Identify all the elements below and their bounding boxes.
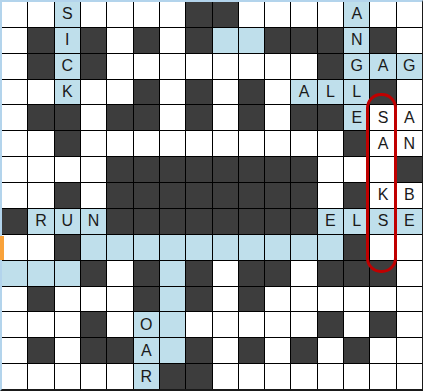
cell-r12c3[interactable] (55, 287, 80, 312)
cell-r15c4[interactable] (81, 364, 106, 389)
cell-r8c4[interactable] (81, 183, 106, 208)
cell-r10c10[interactable] (239, 235, 264, 260)
cell-r10c14 (344, 235, 369, 260)
cell-r8c13[interactable] (318, 183, 343, 208)
cell-r14c13[interactable] (318, 338, 343, 363)
cell-r9c1 (2, 209, 27, 234)
cell-r5c5 (107, 105, 132, 130)
cell-r5c7[interactable] (160, 105, 185, 130)
cell-r13c9[interactable] (213, 312, 238, 337)
cell-r11c16[interactable] (397, 261, 422, 286)
cell-r6c14 (344, 131, 369, 156)
cell-r5c9[interactable] (213, 105, 238, 130)
cell-r11c11 (265, 261, 290, 286)
cell-r9c12 (291, 209, 316, 234)
cell-r5c8 (186, 105, 211, 130)
cell-r3c11[interactable] (265, 54, 290, 79)
cell-r15c16[interactable] (397, 364, 422, 389)
cell-r4c16[interactable] (397, 80, 422, 105)
orange-row-marker (0, 236, 4, 260)
cell-r12c4[interactable] (81, 287, 106, 312)
cell-r1c5[interactable] (107, 2, 132, 27)
cell-r13c15 (370, 312, 395, 337)
cell-r15c15[interactable] (370, 364, 395, 389)
cell-r2c14[interactable]: N (344, 28, 369, 53)
cell-r15c7 (160, 364, 185, 389)
cell-r4c8 (186, 80, 211, 105)
cell-r1c11[interactable] (265, 2, 290, 27)
cell-r9c10 (239, 209, 264, 234)
cell-r8c9 (213, 183, 238, 208)
cell-r7c10 (239, 157, 264, 182)
cell-r1c10[interactable] (239, 2, 264, 27)
cell-r12c16[interactable] (397, 287, 422, 312)
cell-r12c14[interactable] (344, 287, 369, 312)
cell-r2c11 (265, 28, 290, 53)
cell-r6c7[interactable] (160, 131, 185, 156)
cell-r4c12[interactable]: A (291, 80, 316, 105)
cell-r4c2[interactable] (28, 80, 53, 105)
cell-r15c13[interactable] (318, 364, 343, 389)
cell-r7c4[interactable] (81, 157, 106, 182)
cell-r3c9[interactable] (213, 54, 238, 79)
cell-r1c12[interactable] (291, 2, 316, 27)
cell-r13c13 (318, 312, 343, 337)
cell-r2c8 (186, 28, 211, 53)
cell-r3c12[interactable] (291, 54, 316, 79)
cell-r10c13[interactable] (318, 235, 343, 260)
cell-r4c4[interactable] (81, 80, 106, 105)
cell-r1c14[interactable]: A (344, 2, 369, 27)
cell-r6c12[interactable] (291, 131, 316, 156)
cell-r14c12 (291, 338, 316, 363)
cell-r7c5 (107, 157, 132, 182)
cell-r8c10 (239, 183, 264, 208)
cell-r5c2 (28, 105, 53, 130)
cell-r9c4[interactable]: N (81, 209, 106, 234)
cell-r2c3[interactable]: I (55, 28, 80, 53)
cell-r12c1[interactable] (2, 287, 27, 312)
cell-r5c16[interactable]: A (397, 105, 422, 130)
cell-r10c11[interactable] (265, 235, 290, 260)
cell-r9c14[interactable]: L (344, 209, 369, 234)
cell-r11c2[interactable] (28, 261, 53, 286)
cell-r2c15 (370, 28, 395, 53)
cell-r6c3 (55, 131, 80, 156)
cell-r6c2[interactable] (28, 131, 53, 156)
cell-r8c14 (344, 183, 369, 208)
cell-r4c7[interactable] (160, 80, 185, 105)
cell-r12c2 (28, 287, 53, 312)
cell-r13c12[interactable] (291, 312, 316, 337)
cell-r11c12[interactable] (291, 261, 316, 286)
cell-r14c16[interactable] (397, 338, 422, 363)
cell-r2c2 (28, 28, 53, 53)
cell-r15c6[interactable]: R (134, 364, 159, 389)
cell-r3c14[interactable]: G (344, 54, 369, 79)
cell-r7c6 (134, 157, 159, 182)
cell-r8c16[interactable]: B (397, 183, 422, 208)
cell-r11c7[interactable] (160, 261, 185, 286)
cell-r3c1[interactable] (2, 54, 27, 79)
cell-r9c6 (134, 209, 159, 234)
cell-r2c6 (134, 28, 159, 53)
cell-r7c16 (397, 157, 422, 182)
cell-r12c11[interactable] (265, 287, 290, 312)
cell-r4c5[interactable] (107, 80, 132, 105)
cell-r14c15[interactable] (370, 338, 395, 363)
puzzle-board: SAINCGAGKALLESAANKBRUNELSEOAR (0, 0, 423, 391)
cell-r5c12 (291, 105, 316, 130)
cell-r9c11 (265, 209, 290, 234)
cell-r4c15 (370, 80, 395, 105)
cell-r3c16[interactable]: G (397, 54, 422, 79)
cell-r15c5[interactable] (107, 364, 132, 389)
cell-r13c8[interactable] (186, 312, 211, 337)
cell-r6c13[interactable] (318, 131, 343, 156)
cell-r10c4[interactable] (81, 235, 106, 260)
cell-r5c6 (134, 105, 159, 130)
cell-r7c1[interactable] (2, 157, 27, 182)
cell-r5c15[interactable]: S (370, 105, 395, 130)
cell-r13c1[interactable] (2, 312, 27, 337)
cell-r3c2 (28, 54, 53, 79)
cell-r8c8 (186, 183, 211, 208)
cell-r10c9[interactable] (213, 235, 238, 260)
cell-r4c3[interactable]: K (55, 80, 80, 105)
cell-r6c1[interactable] (2, 131, 27, 156)
cell-r11c14 (344, 261, 369, 286)
cell-r11c8 (186, 261, 211, 286)
cell-r13c14[interactable] (344, 312, 369, 337)
cell-r10c12[interactable] (291, 235, 316, 260)
cell-r11c3[interactable] (55, 261, 80, 286)
cell-r13c3[interactable] (55, 312, 80, 337)
cell-r14c6[interactable]: A (134, 338, 159, 363)
cell-r10c6[interactable] (134, 235, 159, 260)
cell-r14c9[interactable] (213, 338, 238, 363)
cell-r5c10 (239, 105, 264, 130)
cell-r9c7 (160, 209, 185, 234)
cell-r8c5 (107, 183, 132, 208)
cell-r12c5[interactable] (107, 287, 132, 312)
cell-r14c2 (28, 338, 53, 363)
cell-r7c3[interactable] (55, 157, 80, 182)
cell-r10c2[interactable] (28, 235, 53, 260)
cell-r6c10[interactable] (239, 131, 264, 156)
cell-r2c13 (318, 28, 343, 53)
cell-r7c14[interactable] (344, 157, 369, 182)
cell-r1c4[interactable] (81, 2, 106, 27)
cell-r4c6 (134, 80, 159, 105)
cell-r12c15[interactable] (370, 287, 395, 312)
cell-r8c1[interactable] (2, 183, 27, 208)
cell-r15c14[interactable] (344, 364, 369, 389)
cell-r14c14 (344, 338, 369, 363)
cell-r1c2[interactable] (28, 2, 53, 27)
cell-r5c4[interactable] (81, 105, 106, 130)
cell-r7c8 (186, 157, 211, 182)
cell-r2c1[interactable] (2, 28, 27, 53)
cell-r10c15[interactable] (370, 235, 395, 260)
cell-r7c13[interactable] (318, 157, 343, 182)
cell-r13c2[interactable] (28, 312, 53, 337)
cell-r6c15[interactable]: A (370, 131, 395, 156)
cell-r4c10 (239, 80, 264, 105)
cell-r7c11 (265, 157, 290, 182)
cell-r2c16[interactable] (397, 28, 422, 53)
cell-r2c12 (291, 28, 316, 53)
cell-r7c15[interactable] (370, 157, 395, 182)
cell-r1c8 (186, 2, 211, 27)
cell-r12c13[interactable] (318, 287, 343, 312)
cell-r13c16[interactable] (397, 312, 422, 337)
cell-r13c4 (81, 312, 106, 337)
cell-r10c16[interactable] (397, 235, 422, 260)
cell-r15c3[interactable] (55, 364, 80, 389)
cell-r10c3 (55, 235, 80, 260)
cell-r14c4 (81, 338, 106, 363)
cell-r2c7[interactable] (160, 28, 185, 53)
cell-r1c7[interactable] (160, 2, 185, 27)
cell-r9c2[interactable]: R (28, 209, 53, 234)
cell-r3c7[interactable] (160, 54, 185, 79)
cell-r14c5 (107, 338, 132, 363)
cell-r14c10 (239, 338, 264, 363)
cell-r15c9[interactable] (213, 364, 238, 389)
cell-r9c8 (186, 209, 211, 234)
cell-r3c6[interactable] (134, 54, 159, 79)
cell-r6c4[interactable] (81, 131, 106, 156)
cell-r1c9 (213, 2, 238, 27)
cell-r9c16[interactable]: E (397, 209, 422, 234)
cell-r5c1[interactable] (2, 105, 27, 130)
cell-r15c10[interactable] (239, 364, 264, 389)
cell-r4c11[interactable] (265, 80, 290, 105)
cell-r12c8 (186, 287, 211, 312)
cell-r5c14[interactable]: E (344, 105, 369, 130)
cell-r14c3[interactable] (55, 338, 80, 363)
cell-r3c8[interactable] (186, 54, 211, 79)
cell-r3c4 (81, 54, 106, 79)
cell-r8c6 (134, 183, 159, 208)
cell-r9c5 (107, 209, 132, 234)
cell-r2c10[interactable] (239, 28, 264, 53)
cell-r8c12 (291, 183, 316, 208)
cell-r12c7[interactable] (160, 287, 185, 312)
cell-r9c15[interactable]: S (370, 209, 395, 234)
cell-r2c4 (81, 28, 106, 53)
cell-r14c7[interactable] (160, 338, 185, 363)
cell-r3c5[interactable] (107, 54, 132, 79)
cell-r5c11[interactable] (265, 105, 290, 130)
cell-r8c3 (55, 183, 80, 208)
cell-r5c13 (318, 105, 343, 130)
cell-r8c11 (265, 183, 290, 208)
cell-r1c3[interactable]: S (55, 2, 80, 27)
cell-r8c15[interactable]: K (370, 183, 395, 208)
cell-r11c4 (81, 261, 106, 286)
cell-r6c11[interactable] (265, 131, 290, 156)
cell-r4c13[interactable]: L (318, 80, 343, 105)
cell-r13c6[interactable]: O (134, 312, 159, 337)
cell-r11c15 (370, 261, 395, 286)
cell-r1c13[interactable] (318, 2, 343, 27)
cell-r8c7 (160, 183, 185, 208)
cell-r11c6 (134, 261, 159, 286)
cell-r5c3 (55, 105, 80, 130)
cell-r3c15[interactable]: A (370, 54, 395, 79)
cell-r11c9[interactable] (213, 261, 238, 286)
cell-r9c3[interactable]: U (55, 209, 80, 234)
cell-r6c9[interactable] (213, 131, 238, 156)
cell-r4c1[interactable] (2, 80, 27, 105)
cell-r9c13[interactable]: E (318, 209, 343, 234)
cell-r15c11[interactable] (265, 364, 290, 389)
cell-r7c2[interactable] (28, 157, 53, 182)
cell-r14c1[interactable] (2, 338, 27, 363)
cell-r10c8[interactable] (186, 235, 211, 260)
cell-r6c16[interactable]: N (397, 131, 422, 156)
cell-r14c8 (186, 338, 211, 363)
cell-r6c5[interactable] (107, 131, 132, 156)
cell-r3c13 (318, 54, 343, 79)
cell-r13c7[interactable] (160, 312, 185, 337)
cell-r1c15[interactable] (370, 2, 395, 27)
cell-r15c12[interactable] (291, 364, 316, 389)
cell-r13c5[interactable] (107, 312, 132, 337)
cell-r12c12[interactable] (291, 287, 316, 312)
cell-r10c7[interactable] (160, 235, 185, 260)
cell-r11c13 (318, 261, 343, 286)
cell-r7c9 (213, 157, 238, 182)
cell-r15c2[interactable] (28, 364, 53, 389)
cell-r13c11[interactable] (265, 312, 290, 337)
cell-r12c10 (239, 287, 264, 312)
cell-r8c2[interactable] (28, 183, 53, 208)
cell-r6c6[interactable] (134, 131, 159, 156)
cell-r1c1[interactable] (2, 2, 27, 27)
cell-r14c11[interactable] (265, 338, 290, 363)
cell-r3c3[interactable]: C (55, 54, 80, 79)
cell-r11c5[interactable] (107, 261, 132, 286)
cell-r2c9[interactable] (213, 28, 238, 53)
cell-r13c10[interactable] (239, 312, 264, 337)
cell-r4c14[interactable]: L (344, 80, 369, 105)
cell-r4c9[interactable] (213, 80, 238, 105)
cell-r2c5[interactable] (107, 28, 132, 53)
cell-r15c8 (186, 364, 211, 389)
cell-r11c10 (239, 261, 264, 286)
cell-r6c8[interactable] (186, 131, 211, 156)
cell-r1c16[interactable] (397, 2, 422, 27)
cell-r11c1[interactable] (2, 261, 27, 286)
cell-r7c12 (291, 157, 316, 182)
puzzle-stage: SAINCGAGKALLESAANKBRUNELSEOAR (0, 0, 423, 391)
cell-r12c6 (134, 287, 159, 312)
cell-r10c1[interactable] (2, 235, 27, 260)
cell-r15c1[interactable] (2, 364, 27, 389)
cell-r3c10[interactable] (239, 54, 264, 79)
cell-r10c5[interactable] (107, 235, 132, 260)
cell-r9c9 (213, 209, 238, 234)
cell-r7c7 (160, 157, 185, 182)
cell-r1c6[interactable] (134, 2, 159, 27)
cell-r12c9[interactable] (213, 287, 238, 312)
